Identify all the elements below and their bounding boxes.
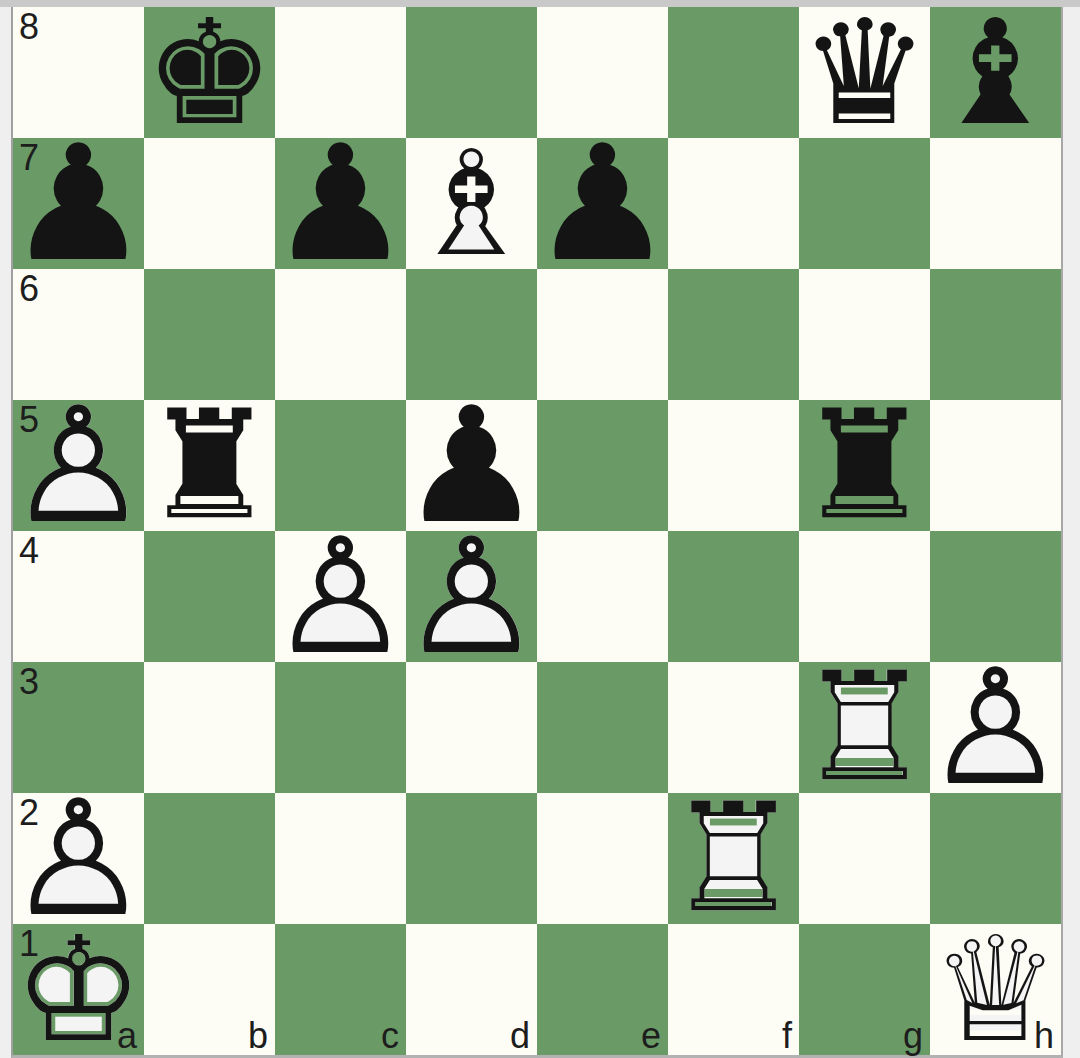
square-e4[interactable] [537,531,668,662]
square-e5[interactable] [537,400,668,531]
square-a7[interactable]: 7♟ [13,138,144,269]
square-h7[interactable] [930,138,1061,269]
piece-white-rook[interactable]: ♜♖ [799,662,930,793]
square-e7[interactable]: ♟ [537,138,668,269]
file-label-f: f [782,1017,792,1055]
square-a5[interactable]: 5♟♙ [13,400,144,531]
pawn-solid-glyph: ♟ [275,138,406,269]
square-e3[interactable] [537,662,668,793]
square-h1[interactable]: h♛♕ [930,924,1061,1055]
chess-board: 8♚♛♝7♟♟♝♗♟65♟♙♜♟♜4♟♙♟♙3♜♖♟♙2♟♙♜♖1a♚♔bcde… [11,7,1063,1058]
square-h5[interactable] [930,400,1061,531]
rook-solid-glyph: ♜ [144,400,275,531]
square-g5[interactable]: ♜ [799,400,930,531]
square-c7[interactable]: ♟ [275,138,406,269]
file-label-a: a [117,1017,137,1055]
square-f6[interactable] [668,269,799,400]
bishop-solid-glyph: ♝ [930,7,1061,138]
rank-label-5: 5 [19,400,39,440]
square-f5[interactable] [668,400,799,531]
square-b1[interactable]: b [144,924,275,1055]
rook-outline-glyph: ♖ [799,662,930,793]
square-g7[interactable] [799,138,930,269]
square-g3[interactable]: ♜♖ [799,662,930,793]
queen-solid-glyph: ♛ [799,7,930,138]
file-label-h: h [1034,1017,1054,1055]
square-h6[interactable] [930,269,1061,400]
chess-app-page: 8♚♛♝7♟♟♝♗♟65♟♙♜♟♜4♟♙♟♙3♜♖♟♙2♟♙♜♖1a♚♔bcde… [0,0,1080,1058]
pawn-outline-glyph: ♙ [406,531,537,662]
rank-label-2: 2 [19,793,39,833]
square-g1[interactable]: g [799,924,930,1055]
king-solid-glyph: ♚ [144,7,275,138]
square-d2[interactable] [406,793,537,924]
square-b2[interactable] [144,793,275,924]
piece-white-pawn[interactable]: ♟♙ [406,531,537,662]
piece-white-pawn[interactable]: ♟♙ [930,662,1061,793]
file-label-d: d [510,1017,530,1055]
piece-black-pawn[interactable]: ♟ [537,138,668,269]
rank-label-3: 3 [19,662,39,702]
square-g8[interactable]: ♛ [799,7,930,138]
pawn-outline-glyph: ♙ [930,662,1061,793]
file-label-e: e [641,1017,661,1055]
bishop-outline-glyph: ♗ [406,138,537,269]
rank-label-8: 8 [19,7,39,47]
piece-white-bishop[interactable]: ♝♗ [406,138,537,269]
piece-black-rook[interactable]: ♜ [144,400,275,531]
rook-outline-glyph: ♖ [668,793,799,924]
rook-solid-glyph: ♜ [799,400,930,531]
rank-label-1: 1 [19,924,39,964]
square-e1[interactable]: e [537,924,668,1055]
piece-black-pawn[interactable]: ♟ [275,138,406,269]
square-b7[interactable] [144,138,275,269]
square-d1[interactable]: d [406,924,537,1055]
file-label-g: g [903,1017,923,1055]
square-c1[interactable]: c [275,924,406,1055]
square-f2[interactable]: ♜♖ [668,793,799,924]
piece-black-queen[interactable]: ♛ [799,7,930,138]
pawn-outline-glyph: ♙ [275,531,406,662]
square-b5[interactable]: ♜ [144,400,275,531]
square-b3[interactable] [144,662,275,793]
rank-label-6: 6 [19,269,39,309]
piece-black-bishop[interactable]: ♝ [930,7,1061,138]
piece-black-king[interactable]: ♚ [144,7,275,138]
piece-white-pawn[interactable]: ♟♙ [275,531,406,662]
square-d7[interactable]: ♝♗ [406,138,537,269]
piece-white-rook[interactable]: ♜♖ [668,793,799,924]
square-c2[interactable] [275,793,406,924]
file-label-c: c [381,1017,399,1055]
rank-label-7: 7 [19,138,39,178]
file-label-b: b [248,1017,268,1055]
square-f4[interactable] [668,531,799,662]
rank-label-4: 4 [19,531,39,571]
square-h3[interactable]: ♟♙ [930,662,1061,793]
piece-black-rook[interactable]: ♜ [799,400,930,531]
square-a1[interactable]: 1a♚♔ [13,924,144,1055]
square-d4[interactable]: ♟♙ [406,531,537,662]
square-b8[interactable]: ♚ [144,7,275,138]
square-h8[interactable]: ♝ [930,7,1061,138]
square-f8[interactable] [668,7,799,138]
square-f7[interactable] [668,138,799,269]
pawn-solid-glyph: ♟ [537,138,668,269]
square-c4[interactable]: ♟♙ [275,531,406,662]
square-e2[interactable] [537,793,668,924]
